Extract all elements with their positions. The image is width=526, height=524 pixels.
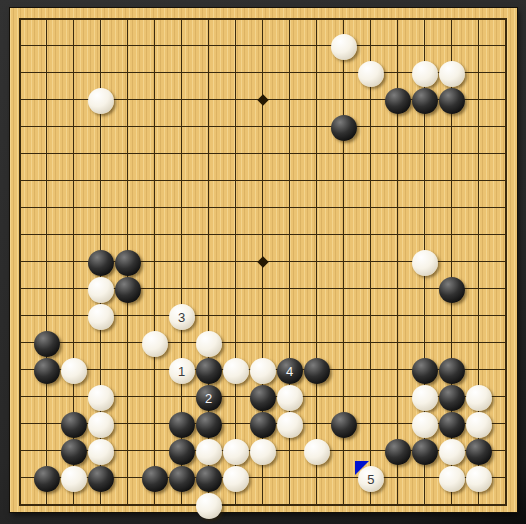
black-stone[interactable] — [250, 412, 276, 438]
white-stone[interactable] — [88, 385, 114, 411]
white-stone[interactable] — [88, 277, 114, 303]
black-stone[interactable] — [115, 250, 141, 276]
grid-line-vertical — [505, 18, 507, 506]
white-stone[interactable] — [412, 250, 438, 276]
black-stone[interactable] — [439, 358, 465, 384]
grid-line-vertical — [316, 18, 317, 506]
black-stone[interactable] — [331, 115, 357, 141]
black-stone[interactable] — [439, 412, 465, 438]
white-stone[interactable] — [358, 61, 384, 87]
black-stone[interactable] — [169, 439, 195, 465]
grid-line-horizontal — [19, 504, 507, 506]
white-stone[interactable] — [61, 358, 87, 384]
black-stone[interactable] — [88, 466, 114, 492]
black-stone[interactable] — [331, 412, 357, 438]
white-stone[interactable] — [439, 439, 465, 465]
white-stone[interactable] — [88, 412, 114, 438]
board-frame: 31425 — [0, 0, 526, 524]
black-stone[interactable] — [88, 250, 114, 276]
black-stone[interactable] — [34, 331, 60, 357]
white-stone[interactable] — [439, 466, 465, 492]
black-stone[interactable] — [412, 88, 438, 114]
white-stone[interactable] — [412, 385, 438, 411]
white-stone[interactable] — [466, 412, 492, 438]
white-stone[interactable] — [277, 385, 303, 411]
white-stone[interactable]: 1 — [169, 358, 195, 384]
move-number-label: 3 — [178, 311, 185, 324]
blue-triangle-marker — [355, 461, 369, 475]
black-stone[interactable] — [169, 412, 195, 438]
black-stone[interactable] — [169, 466, 195, 492]
white-stone[interactable] — [196, 439, 222, 465]
black-stone[interactable] — [439, 277, 465, 303]
white-stone[interactable] — [412, 61, 438, 87]
grid-line-horizontal — [19, 342, 507, 343]
black-stone[interactable] — [412, 358, 438, 384]
white-stone[interactable] — [466, 385, 492, 411]
white-stone[interactable] — [223, 439, 249, 465]
white-stone[interactable] — [88, 88, 114, 114]
black-stone[interactable] — [385, 439, 411, 465]
black-stone[interactable] — [439, 385, 465, 411]
white-stone[interactable] — [223, 466, 249, 492]
black-stone[interactable] — [61, 439, 87, 465]
grid-line-vertical — [370, 18, 371, 506]
white-stone[interactable] — [466, 466, 492, 492]
black-stone[interactable] — [34, 466, 60, 492]
black-stone[interactable] — [250, 385, 276, 411]
white-stone[interactable] — [412, 412, 438, 438]
white-stone[interactable] — [196, 331, 222, 357]
star-point — [257, 256, 268, 267]
black-stone[interactable] — [439, 88, 465, 114]
white-stone[interactable] — [304, 439, 330, 465]
move-number-label: 4 — [286, 365, 293, 378]
black-stone[interactable] — [385, 88, 411, 114]
black-stone[interactable]: 4 — [277, 358, 303, 384]
black-stone[interactable] — [196, 412, 222, 438]
black-stone[interactable] — [196, 358, 222, 384]
black-stone[interactable] — [412, 439, 438, 465]
white-stone[interactable] — [88, 304, 114, 330]
white-stone[interactable] — [250, 358, 276, 384]
white-stone[interactable] — [223, 358, 249, 384]
white-stone[interactable] — [439, 61, 465, 87]
white-stone[interactable] — [277, 412, 303, 438]
black-stone[interactable] — [34, 358, 60, 384]
black-stone[interactable]: 2 — [196, 385, 222, 411]
go-board[interactable]: 31425 — [10, 8, 517, 512]
move-number-label: 1 — [178, 365, 185, 378]
white-stone[interactable] — [61, 466, 87, 492]
white-stone[interactable] — [250, 439, 276, 465]
white-stone[interactable] — [88, 439, 114, 465]
black-stone[interactable] — [304, 358, 330, 384]
white-stone[interactable] — [196, 493, 222, 519]
black-stone[interactable] — [196, 466, 222, 492]
black-stone[interactable] — [115, 277, 141, 303]
black-stone[interactable] — [142, 466, 168, 492]
white-stone[interactable]: 3 — [169, 304, 195, 330]
star-point — [257, 94, 268, 105]
black-stone[interactable] — [466, 439, 492, 465]
move-number-label: 2 — [205, 392, 212, 405]
white-stone[interactable] — [142, 331, 168, 357]
white-stone[interactable] — [331, 34, 357, 60]
black-stone[interactable] — [61, 412, 87, 438]
